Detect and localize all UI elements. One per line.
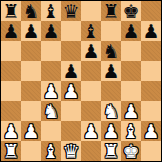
piece-white-pawn[interactable]: ♟ — [2, 121, 19, 141]
square-b4[interactable] — [21, 81, 41, 101]
piece-white-bishop[interactable]: ♝ — [42, 141, 59, 161]
square-b7[interactable]: ♟ — [21, 21, 41, 41]
square-g4[interactable] — [121, 81, 141, 101]
piece-black-knight[interactable]: ♞ — [22, 1, 39, 21]
square-g6[interactable] — [121, 41, 141, 61]
square-e8[interactable] — [81, 1, 101, 21]
square-c8[interactable]: ♝ — [41, 1, 61, 21]
square-b5[interactable] — [21, 61, 41, 81]
square-a6[interactable] — [1, 41, 21, 61]
square-c2[interactable] — [41, 121, 61, 141]
piece-black-pawn[interactable]: ♟ — [42, 21, 59, 41]
square-d7[interactable] — [61, 21, 81, 41]
square-e1[interactable] — [81, 141, 101, 161]
piece-white-pawn[interactable]: ♟ — [62, 81, 79, 101]
piece-white-pawn[interactable]: ♟ — [142, 121, 159, 141]
square-f4[interactable] — [101, 81, 121, 101]
piece-white-bishop[interactable]: ♝ — [122, 121, 139, 141]
piece-black-pawn[interactable]: ♟ — [102, 61, 119, 81]
square-e2[interactable]: ♟ — [81, 121, 101, 141]
square-e7[interactable]: ♝ — [81, 21, 101, 41]
square-g8[interactable]: ♚ — [121, 1, 141, 21]
piece-white-king[interactable]: ♚ — [122, 141, 139, 161]
square-c6[interactable] — [41, 41, 61, 61]
square-g1[interactable]: ♚ — [121, 141, 141, 161]
piece-black-bishop[interactable]: ♝ — [42, 1, 59, 21]
square-d3[interactable] — [61, 101, 81, 121]
square-g3[interactable]: ♟ — [121, 101, 141, 121]
square-c1[interactable]: ♝ — [41, 141, 61, 161]
square-g7[interactable]: ♟ — [121, 21, 141, 41]
piece-black-pawn[interactable]: ♟ — [62, 61, 79, 81]
square-a5[interactable] — [1, 61, 21, 81]
piece-black-pawn[interactable]: ♟ — [22, 21, 39, 41]
square-h2[interactable]: ♟ — [141, 121, 161, 141]
piece-black-rook[interactable]: ♜ — [2, 1, 19, 21]
square-e4[interactable] — [81, 81, 101, 101]
piece-black-knight[interactable]: ♞ — [102, 41, 119, 61]
piece-black-pawn[interactable]: ♟ — [2, 21, 19, 41]
square-a1[interactable]: ♜ — [1, 141, 21, 161]
piece-black-queen[interactable]: ♛ — [62, 1, 79, 21]
square-h8[interactable] — [141, 1, 161, 21]
square-f3[interactable]: ♞ — [101, 101, 121, 121]
square-h7[interactable]: ♟ — [141, 21, 161, 41]
square-c5[interactable] — [41, 61, 61, 81]
square-d5[interactable]: ♟ — [61, 61, 81, 81]
square-d6[interactable] — [61, 41, 81, 61]
square-a2[interactable]: ♟ — [1, 121, 21, 141]
square-g5[interactable] — [121, 61, 141, 81]
square-c4[interactable]: ♟ — [41, 81, 61, 101]
square-f2[interactable]: ♟ — [101, 121, 121, 141]
piece-white-knight[interactable]: ♞ — [102, 101, 119, 121]
chess-board-frame: ♜♞♝♛♜♚♟♟♟♝♟♟♟♞♟♟♟♟♞♞♟♟♟♟♟♝♟♜♝♛♜♚ — [0, 0, 162, 162]
square-d2[interactable] — [61, 121, 81, 141]
square-a8[interactable]: ♜ — [1, 1, 21, 21]
piece-white-rook[interactable]: ♜ — [102, 141, 119, 161]
square-e3[interactable] — [81, 101, 101, 121]
square-a7[interactable]: ♟ — [1, 21, 21, 41]
piece-black-pawn[interactable]: ♟ — [122, 21, 139, 41]
piece-white-pawn[interactable]: ♟ — [122, 101, 139, 121]
chess-board[interactable]: ♜♞♝♛♜♚♟♟♟♝♟♟♟♞♟♟♟♟♞♞♟♟♟♟♟♝♟♜♝♛♜♚ — [1, 1, 161, 161]
square-f1[interactable]: ♜ — [101, 141, 121, 161]
square-f7[interactable] — [101, 21, 121, 41]
square-h3[interactable] — [141, 101, 161, 121]
piece-black-king[interactable]: ♚ — [122, 1, 139, 21]
piece-white-pawn[interactable]: ♟ — [102, 121, 119, 141]
piece-black-rook[interactable]: ♜ — [102, 1, 119, 21]
square-h4[interactable] — [141, 81, 161, 101]
piece-black-pawn[interactable]: ♟ — [82, 41, 99, 61]
square-b3[interactable] — [21, 101, 41, 121]
square-e6[interactable]: ♟ — [81, 41, 101, 61]
square-c7[interactable]: ♟ — [41, 21, 61, 41]
square-d1[interactable]: ♛ — [61, 141, 81, 161]
square-b1[interactable] — [21, 141, 41, 161]
piece-white-rook[interactable]: ♜ — [2, 141, 19, 161]
square-d4[interactable]: ♟ — [61, 81, 81, 101]
square-b2[interactable]: ♟ — [21, 121, 41, 141]
piece-white-knight[interactable]: ♞ — [42, 101, 59, 121]
square-f5[interactable]: ♟ — [101, 61, 121, 81]
piece-white-pawn[interactable]: ♟ — [22, 121, 39, 141]
piece-white-pawn[interactable]: ♟ — [42, 81, 59, 101]
square-g2[interactable]: ♝ — [121, 121, 141, 141]
piece-black-bishop[interactable]: ♝ — [82, 21, 99, 41]
square-f6[interactable]: ♞ — [101, 41, 121, 61]
square-h1[interactable] — [141, 141, 161, 161]
square-h5[interactable] — [141, 61, 161, 81]
square-b6[interactable] — [21, 41, 41, 61]
piece-black-pawn[interactable]: ♟ — [142, 21, 159, 41]
square-e5[interactable] — [81, 61, 101, 81]
square-h6[interactable] — [141, 41, 161, 61]
square-d8[interactable]: ♛ — [61, 1, 81, 21]
piece-white-pawn[interactable]: ♟ — [82, 121, 99, 141]
piece-white-queen[interactable]: ♛ — [62, 141, 79, 161]
square-f8[interactable]: ♜ — [101, 1, 121, 21]
square-b8[interactable]: ♞ — [21, 1, 41, 21]
square-a4[interactable] — [1, 81, 21, 101]
square-a3[interactable] — [1, 101, 21, 121]
square-c3[interactable]: ♞ — [41, 101, 61, 121]
